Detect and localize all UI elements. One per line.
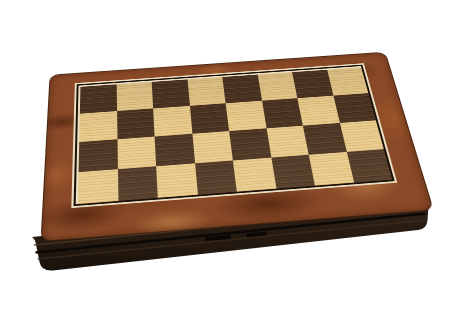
board-square xyxy=(266,126,309,158)
board-square xyxy=(117,166,157,201)
board-square xyxy=(233,158,276,192)
board-square xyxy=(226,101,266,131)
board-square xyxy=(333,93,376,123)
board-square xyxy=(79,111,117,142)
board-square xyxy=(116,82,153,111)
board-square xyxy=(262,98,303,128)
board-square xyxy=(257,72,297,101)
board-square xyxy=(346,149,392,182)
board-square xyxy=(195,161,237,195)
board-square xyxy=(192,131,233,163)
board-square xyxy=(155,134,195,166)
board-square xyxy=(80,84,117,113)
case-top-burl-border xyxy=(40,52,434,242)
board-square xyxy=(79,139,118,172)
board-square xyxy=(78,169,118,204)
board-square xyxy=(117,137,156,170)
board-square xyxy=(189,103,229,134)
board-square xyxy=(156,163,197,197)
board-square xyxy=(271,155,315,189)
board-square xyxy=(339,120,383,152)
board-grid xyxy=(78,68,390,205)
board-square xyxy=(153,106,192,137)
inlay-frame-outer xyxy=(71,63,397,208)
board-square xyxy=(117,108,155,139)
board-square xyxy=(222,75,261,104)
inlay-frame-inner xyxy=(76,66,392,204)
inlay-frame-dark xyxy=(74,65,395,207)
board-square xyxy=(152,79,190,108)
board-square xyxy=(187,77,226,106)
board-square xyxy=(327,67,369,95)
board-square xyxy=(229,128,271,160)
product-photo-chess-case xyxy=(0,0,452,317)
